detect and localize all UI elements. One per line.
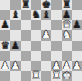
square-d1[interactable]: ♜ xyxy=(31,71,41,81)
piece-black-rook: ♜ xyxy=(21,0,30,10)
square-e1[interactable] xyxy=(41,71,51,81)
square-c1[interactable] xyxy=(21,71,31,81)
piece-white-knight: ♞ xyxy=(62,30,71,40)
piece-white-pawn: ♟ xyxy=(11,60,20,70)
square-b4[interactable]: ♟ xyxy=(10,41,20,51)
piece-black-knight: ♞ xyxy=(31,10,40,20)
piece-white-rook: ♜ xyxy=(31,70,40,80)
square-c4[interactable] xyxy=(21,41,31,51)
square-f8[interactable] xyxy=(51,0,61,10)
piece-black-bishop: ♝ xyxy=(42,10,51,20)
square-b7[interactable]: ♝ xyxy=(10,10,20,20)
square-b1[interactable] xyxy=(10,71,20,81)
piece-white-pawn: ♟ xyxy=(42,30,51,40)
piece-black-pawn: ♟ xyxy=(72,20,81,30)
square-e2[interactable] xyxy=(41,61,51,71)
square-b2[interactable]: ♟ xyxy=(10,61,20,71)
square-c5[interactable] xyxy=(21,30,31,40)
square-c8[interactable]: ♜ xyxy=(21,0,31,10)
square-d3[interactable] xyxy=(31,51,41,61)
square-h2[interactable]: ♟ xyxy=(72,61,82,71)
square-d6[interactable] xyxy=(31,20,41,30)
square-a2[interactable]: ♟ xyxy=(0,61,10,71)
piece-white-pawn: ♟ xyxy=(72,60,81,70)
square-e3[interactable] xyxy=(41,51,51,61)
square-g4[interactable] xyxy=(62,41,72,51)
square-h5[interactable] xyxy=(72,30,82,40)
square-f5[interactable] xyxy=(51,30,61,40)
square-h8[interactable] xyxy=(72,0,82,10)
square-e5[interactable]: ♟ xyxy=(41,30,51,40)
square-c3[interactable] xyxy=(21,51,31,61)
square-e4[interactable] xyxy=(41,41,51,51)
square-b6[interactable] xyxy=(10,20,20,30)
square-f1[interactable]: ♜ xyxy=(51,71,61,81)
square-h4[interactable] xyxy=(72,41,82,51)
square-e7[interactable]: ♝ xyxy=(41,10,51,20)
piece-black-bishop: ♝ xyxy=(11,10,20,20)
square-g1[interactable]: ♚ xyxy=(62,71,72,81)
square-a4[interactable]: ♛ xyxy=(0,41,10,51)
square-a1[interactable] xyxy=(0,71,10,81)
square-f4[interactable] xyxy=(51,41,61,51)
piece-black-pawn: ♟ xyxy=(11,40,20,50)
square-c2[interactable] xyxy=(21,61,31,71)
square-h6[interactable]: ♟ xyxy=(72,20,82,30)
square-g5[interactable]: ♞ xyxy=(62,30,72,40)
square-f6[interactable] xyxy=(51,20,61,30)
piece-white-king: ♚ xyxy=(62,70,71,80)
square-f7[interactable] xyxy=(51,10,61,20)
piece-black-queen: ♛ xyxy=(1,40,10,50)
square-h1[interactable] xyxy=(72,71,82,81)
square-c7[interactable] xyxy=(21,10,31,20)
piece-white-rook: ♜ xyxy=(52,70,61,80)
square-a8[interactable] xyxy=(0,0,10,10)
chess-board: ♜♚♜♝♞♝♟♟♛♟♟♞♛♟♟♟♟♟♟♜♜♚ xyxy=(0,0,82,81)
square-a6[interactable]: ♟ xyxy=(0,20,10,30)
piece-white-pawn: ♟ xyxy=(1,60,10,70)
square-c6[interactable] xyxy=(21,20,31,30)
piece-black-pawn: ♟ xyxy=(1,20,10,30)
square-d7[interactable]: ♞ xyxy=(31,10,41,20)
square-d5[interactable] xyxy=(31,30,41,40)
square-d4[interactable] xyxy=(31,41,41,51)
